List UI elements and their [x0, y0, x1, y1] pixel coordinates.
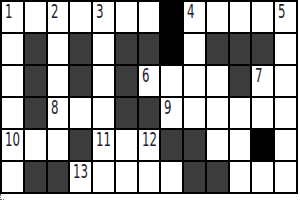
cell-r2c12-gray — [252, 34, 273, 64]
cell-r4c1-white[interactable] — [2, 98, 23, 128]
cell-r6c4-white[interactable]: 13 — [70, 162, 91, 192]
clue-number-13: 13 — [73, 162, 88, 181]
cell-r3c5-white[interactable] — [93, 66, 114, 96]
cell-r3c3-white[interactable] — [48, 66, 69, 96]
cell-r6c5-white[interactable] — [93, 162, 114, 192]
clue-number-10: 10 — [5, 130, 20, 149]
cell-r1c3-white[interactable]: 2 — [48, 2, 69, 32]
cell-r2c4-gray — [70, 34, 91, 64]
cell-r3c4-gray — [70, 66, 91, 96]
cell-r3c2-gray — [25, 66, 46, 96]
selection-marquee-artifact — [0, 194, 4, 200]
cell-r1c1-white[interactable]: 1 — [2, 2, 23, 32]
cell-r6c10-gray — [207, 162, 228, 192]
cell-r2c10-gray — [207, 34, 228, 64]
cell-r4c3-white[interactable]: 8 — [48, 98, 69, 128]
clue-number-6: 6 — [142, 66, 149, 85]
cell-r1c10-white[interactable] — [207, 2, 228, 32]
cell-r1c12-white[interactable] — [252, 2, 273, 32]
cell-r5c6-white[interactable] — [116, 130, 137, 160]
clue-number-5: 5 — [278, 2, 285, 21]
crossword-grid: 12345678910111213 — [0, 0, 298, 194]
cell-r2c13-white[interactable] — [275, 34, 296, 64]
cell-r1c6-white[interactable] — [116, 2, 137, 32]
cell-r6c8-white[interactable] — [161, 162, 182, 192]
cell-r3c13-white[interactable] — [275, 66, 296, 96]
cell-r5c9-gray — [184, 130, 205, 160]
cell-r2c5-white[interactable] — [93, 34, 114, 64]
cell-r5c5-white[interactable]: 11 — [93, 130, 114, 160]
cell-r4c9-white[interactable] — [184, 98, 205, 128]
clue-number-9: 9 — [164, 98, 171, 117]
cell-r1c9-white[interactable]: 4 — [184, 2, 205, 32]
cell-r5c12-black — [252, 130, 273, 160]
cell-r3c12-white[interactable]: 7 — [252, 66, 273, 96]
cell-r5c11-white[interactable] — [230, 130, 251, 160]
cell-r4c6-gray — [116, 98, 137, 128]
cell-r4c2-gray — [25, 98, 46, 128]
cell-r2c9-white[interactable] — [184, 34, 205, 64]
cell-r4c8-white[interactable]: 9 — [161, 98, 182, 128]
cell-r5c3-white[interactable] — [48, 130, 69, 160]
cell-r5c13-white[interactable] — [275, 130, 296, 160]
cell-r3c10-white[interactable] — [207, 66, 228, 96]
cell-r4c4-white[interactable] — [70, 98, 91, 128]
cell-r6c6-white[interactable] — [116, 162, 137, 192]
clue-number-3: 3 — [96, 2, 103, 21]
cell-r5c10-white[interactable] — [207, 130, 228, 160]
clue-number-11: 11 — [96, 130, 111, 149]
cell-r2c7-gray — [139, 34, 160, 64]
cell-r5c1-white[interactable]: 10 — [2, 130, 23, 160]
cell-r5c7-white[interactable]: 12 — [139, 130, 160, 160]
cell-r3c7-white[interactable]: 6 — [139, 66, 160, 96]
clue-number-2: 2 — [51, 2, 58, 21]
cell-r1c2-white[interactable] — [25, 2, 46, 32]
cell-r6c11-white[interactable] — [230, 162, 251, 192]
cell-r4c12-white[interactable] — [252, 98, 273, 128]
cell-r2c6-gray — [116, 34, 137, 64]
cell-r5c8-gray — [161, 130, 182, 160]
cell-r1c11-white[interactable] — [230, 2, 251, 32]
cell-r1c7-white[interactable] — [139, 2, 160, 32]
clue-number-7: 7 — [255, 66, 262, 85]
cell-r1c4-white[interactable] — [70, 2, 91, 32]
cell-r4c10-white[interactable] — [207, 98, 228, 128]
cell-r4c7-gray — [139, 98, 160, 128]
cell-r2c8-black — [161, 34, 182, 64]
cell-r4c5-white[interactable] — [93, 98, 114, 128]
cell-r5c4-gray — [70, 130, 91, 160]
cell-r3c1-white[interactable] — [2, 66, 23, 96]
cell-r2c1-white[interactable] — [2, 34, 23, 64]
cell-r4c11-white[interactable] — [230, 98, 251, 128]
cell-r6c2-gray — [25, 162, 46, 192]
clue-number-4: 4 — [187, 2, 194, 21]
cell-r3c6-gray — [116, 66, 137, 96]
cell-r3c9-white[interactable] — [184, 66, 205, 96]
cell-r2c3-white[interactable] — [48, 34, 69, 64]
cell-r1c13-white[interactable]: 5 — [275, 2, 296, 32]
cell-r2c11-gray — [230, 34, 251, 64]
crossword-board: 12345678910111213 — [0, 0, 300, 200]
cell-r6c3-gray — [48, 162, 69, 192]
clue-number-8: 8 — [51, 98, 58, 117]
clue-number-12: 12 — [142, 130, 157, 149]
cell-r4c13-white[interactable] — [275, 98, 296, 128]
cell-r1c8-black — [161, 2, 182, 32]
cell-r1c5-white[interactable]: 3 — [93, 2, 114, 32]
cell-r3c11-gray — [230, 66, 251, 96]
cell-r5c2-white[interactable] — [25, 130, 46, 160]
cell-r6c12-white[interactable] — [252, 162, 273, 192]
cell-r6c7-white[interactable] — [139, 162, 160, 192]
cell-r6c9-gray — [184, 162, 205, 192]
cell-r3c8-white[interactable] — [161, 66, 182, 96]
clue-number-1: 1 — [5, 2, 12, 21]
cell-r6c1-white[interactable] — [2, 162, 23, 192]
cell-r2c2-gray — [25, 34, 46, 64]
cell-r6c13-white[interactable] — [275, 162, 296, 192]
